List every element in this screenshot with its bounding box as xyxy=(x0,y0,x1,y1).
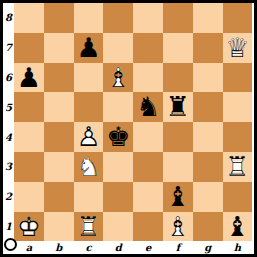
square-h5[interactable] xyxy=(223,92,253,122)
white-knight[interactable]: ♞♘ xyxy=(74,152,104,182)
square-f4[interactable] xyxy=(163,122,193,152)
square-c6[interactable] xyxy=(74,63,104,93)
black-bishop[interactable]: ♝ xyxy=(223,212,253,242)
square-e5[interactable]: ♞ xyxy=(133,92,163,122)
square-f6[interactable] xyxy=(163,63,193,93)
square-h6[interactable] xyxy=(223,63,253,93)
square-f8[interactable] xyxy=(163,3,193,33)
square-f5[interactable]: ♜ xyxy=(163,92,193,122)
square-c5[interactable] xyxy=(74,92,104,122)
square-d6[interactable]: ♝♗ xyxy=(103,63,133,93)
file-label-e: e xyxy=(133,241,163,254)
rank-label-4: 4 xyxy=(3,122,14,152)
square-d2[interactable] xyxy=(103,182,133,212)
square-c8[interactable] xyxy=(74,3,104,33)
square-b6[interactable] xyxy=(44,63,74,93)
rank-label-8: 8 xyxy=(3,3,14,33)
white-to-move-indicator xyxy=(4,238,17,251)
rank-label-1: 1 xyxy=(3,212,14,242)
square-c2[interactable] xyxy=(74,182,104,212)
square-h8[interactable] xyxy=(223,3,253,33)
square-g7[interactable] xyxy=(193,33,223,63)
square-d3[interactable] xyxy=(103,152,133,182)
square-a5[interactable] xyxy=(14,92,44,122)
file-label-g: g xyxy=(193,241,223,254)
square-b8[interactable] xyxy=(44,3,74,33)
square-g2[interactable] xyxy=(193,182,223,212)
square-a3[interactable] xyxy=(14,152,44,182)
square-e8[interactable] xyxy=(133,3,163,33)
file-label-b: b xyxy=(44,241,74,254)
square-g3[interactable] xyxy=(193,152,223,182)
square-h4[interactable] xyxy=(223,122,253,152)
square-b1[interactable] xyxy=(44,212,74,242)
file-label-h: h xyxy=(223,241,253,254)
square-h1[interactable]: ♝ xyxy=(223,212,253,242)
square-d4[interactable]: ♚ xyxy=(103,122,133,152)
square-a1[interactable]: ♚♔ xyxy=(14,212,44,242)
square-b5[interactable] xyxy=(44,92,74,122)
white-pawn[interactable]: ♟♙ xyxy=(74,122,104,152)
rank-label-3: 3 xyxy=(3,152,14,182)
square-d8[interactable] xyxy=(103,3,133,33)
square-f7[interactable] xyxy=(163,33,193,63)
black-rook[interactable]: ♜ xyxy=(163,92,193,122)
black-pawn[interactable]: ♟ xyxy=(74,33,104,63)
white-queen[interactable]: ♛♕ xyxy=(223,33,253,63)
rank-label-2: 2 xyxy=(3,182,14,212)
white-king[interactable]: ♚♔ xyxy=(14,212,44,242)
square-g8[interactable] xyxy=(193,3,223,33)
square-d5[interactable] xyxy=(103,92,133,122)
square-b7[interactable] xyxy=(44,33,74,63)
black-knight[interactable]: ♞ xyxy=(133,92,163,122)
black-pawn[interactable]: ♟ xyxy=(14,63,44,93)
chess-diagram: ♟♛♕♟♝♗♞♜♟♙♚♞♘♜♖♝♚♔♜♖♝♗♝ 87654321 abcdefg… xyxy=(0,0,257,257)
white-rook[interactable]: ♜♖ xyxy=(74,212,104,242)
rank-label-7: 7 xyxy=(3,33,14,63)
square-e3[interactable] xyxy=(133,152,163,182)
rank-label-5: 5 xyxy=(3,92,14,122)
square-b2[interactable] xyxy=(44,182,74,212)
square-h2[interactable] xyxy=(223,182,253,212)
square-e7[interactable] xyxy=(133,33,163,63)
square-e1[interactable] xyxy=(133,212,163,242)
file-label-a: a xyxy=(14,241,44,254)
square-h7[interactable]: ♛♕ xyxy=(223,33,253,63)
black-bishop[interactable]: ♝ xyxy=(163,182,193,212)
square-h3[interactable]: ♜♖ xyxy=(223,152,253,182)
black-king[interactable]: ♚ xyxy=(103,122,133,152)
square-b4[interactable] xyxy=(44,122,74,152)
square-a4[interactable] xyxy=(14,122,44,152)
square-b3[interactable] xyxy=(44,152,74,182)
white-bishop[interactable]: ♝♗ xyxy=(103,63,133,93)
square-g6[interactable] xyxy=(193,63,223,93)
square-d7[interactable] xyxy=(103,33,133,63)
square-f2[interactable]: ♝ xyxy=(163,182,193,212)
square-a8[interactable] xyxy=(14,3,44,33)
square-g4[interactable] xyxy=(193,122,223,152)
file-label-d: d xyxy=(103,241,133,254)
square-a6[interactable]: ♟ xyxy=(14,63,44,93)
square-c4[interactable]: ♟♙ xyxy=(74,122,104,152)
white-rook[interactable]: ♜♖ xyxy=(223,152,253,182)
file-label-c: c xyxy=(74,241,104,254)
file-label-f: f xyxy=(163,241,193,254)
rank-label-6: 6 xyxy=(3,63,14,93)
square-d1[interactable] xyxy=(103,212,133,242)
square-c7[interactable]: ♟ xyxy=(74,33,104,63)
square-f3[interactable] xyxy=(163,152,193,182)
square-a2[interactable] xyxy=(14,182,44,212)
square-a7[interactable] xyxy=(14,33,44,63)
square-f1[interactable]: ♝♗ xyxy=(163,212,193,242)
square-e6[interactable] xyxy=(133,63,163,93)
square-g5[interactable] xyxy=(193,92,223,122)
white-bishop[interactable]: ♝♗ xyxy=(163,212,193,242)
square-g1[interactable] xyxy=(193,212,223,242)
square-e2[interactable] xyxy=(133,182,163,212)
square-c1[interactable]: ♜♖ xyxy=(74,212,104,242)
square-e4[interactable] xyxy=(133,122,163,152)
chess-board[interactable]: ♟♛♕♟♝♗♞♜♟♙♚♞♘♜♖♝♚♔♜♖♝♗♝ xyxy=(14,3,252,241)
square-c3[interactable]: ♞♘ xyxy=(74,152,104,182)
